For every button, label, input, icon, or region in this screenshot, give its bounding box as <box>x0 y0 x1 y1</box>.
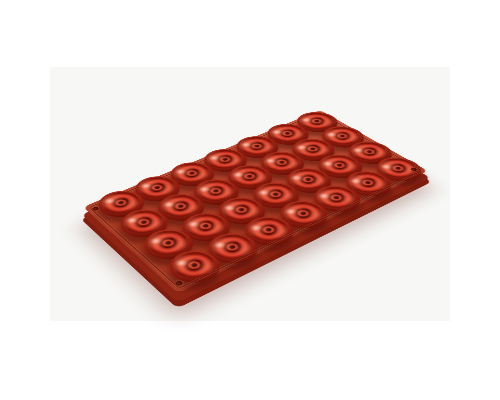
product-photo <box>0 0 500 400</box>
